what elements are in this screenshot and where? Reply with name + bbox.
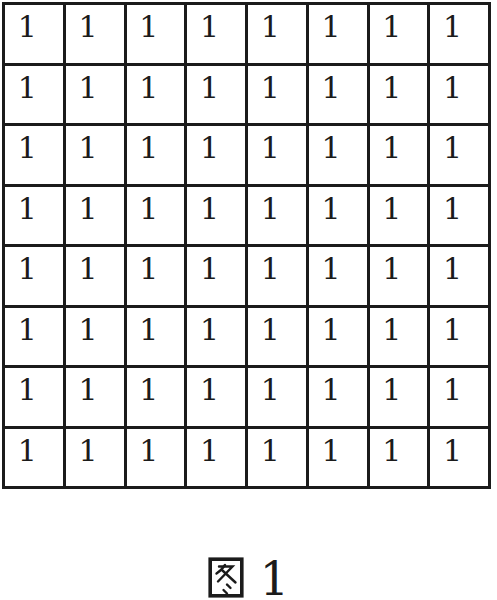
- grid-cell: 1: [187, 187, 245, 245]
- grid-cell: 1: [309, 308, 367, 366]
- grid-cell: 1: [430, 368, 488, 426]
- grid-cell: 1: [309, 5, 367, 63]
- grid-cell: 1: [5, 308, 63, 366]
- grid-cell: 1: [5, 429, 63, 487]
- grid-cell: 1: [309, 126, 367, 184]
- grid-cell: 1: [370, 187, 428, 245]
- grid-cell: 1: [430, 5, 488, 63]
- grid-cell: 1: [127, 247, 185, 305]
- grid: 1111111111111111111111111111111111111111…: [2, 2, 491, 489]
- grid-cell: 1: [5, 187, 63, 245]
- grid-cell: 1: [66, 368, 124, 426]
- grid-cell: 1: [248, 308, 306, 366]
- grid-cell: 1: [66, 247, 124, 305]
- grid-cell: 1: [430, 247, 488, 305]
- grid-cell: 1: [370, 429, 428, 487]
- grid-cell: 1: [370, 126, 428, 184]
- grid-cell: 1: [127, 368, 185, 426]
- grid-cell: 1: [5, 5, 63, 63]
- grid-cell: 1: [187, 368, 245, 426]
- grid-cell: 1: [187, 308, 245, 366]
- grid-cell: 1: [370, 5, 428, 63]
- grid-cell: 1: [430, 308, 488, 366]
- grid-cell: 1: [187, 66, 245, 124]
- grid-cell: 1: [309, 368, 367, 426]
- grid-cell: 1: [127, 308, 185, 366]
- grid-cell: 1: [5, 66, 63, 124]
- figure-caption: 1: [0, 551, 497, 599]
- grid-cell: 1: [430, 126, 488, 184]
- grid-cell: 1: [187, 429, 245, 487]
- grid-cell: 1: [309, 429, 367, 487]
- grid-cell: 1: [187, 5, 245, 63]
- grid-cell: 1: [66, 5, 124, 63]
- grid-cell: 1: [127, 429, 185, 487]
- grid-cell: 1: [248, 5, 306, 63]
- grid-cell: 1: [127, 66, 185, 124]
- grid-cell: 1: [66, 429, 124, 487]
- grid-cell: 1: [370, 308, 428, 366]
- grid-cell: 1: [66, 187, 124, 245]
- figure-page: { "game": "number-grid-figure (8x8 binar…: [0, 0, 497, 600]
- grid-cell: 1: [5, 247, 63, 305]
- grid-cell: 1: [248, 126, 306, 184]
- grid-cell: 1: [370, 66, 428, 124]
- grid-cell: 1: [248, 187, 306, 245]
- grid-cell: 1: [187, 126, 245, 184]
- grid-cell: 1: [370, 247, 428, 305]
- grid-cell: 1: [309, 66, 367, 124]
- grid-cell: 1: [248, 66, 306, 124]
- grid-cell: 1: [248, 368, 306, 426]
- grid-cell: 1: [430, 66, 488, 124]
- grid-cell: 1: [370, 368, 428, 426]
- tu-character-glyph: [208, 557, 244, 598]
- grid-cell: 1: [127, 126, 185, 184]
- grid-cell: 1: [430, 429, 488, 487]
- grid-cell: 1: [430, 187, 488, 245]
- grid-cell: 1: [127, 187, 185, 245]
- grid-cell: 1: [187, 247, 245, 305]
- grid-cell: 1: [66, 126, 124, 184]
- grid-cell: 1: [5, 126, 63, 184]
- grid-cell: 1: [309, 247, 367, 305]
- grid-cell: 1: [127, 5, 185, 63]
- grid-cell: 1: [309, 187, 367, 245]
- grid-cell: 1: [66, 66, 124, 124]
- figure-number: 1: [260, 561, 289, 599]
- grid-cell: 1: [5, 368, 63, 426]
- grid-cell: 1: [66, 308, 124, 366]
- grid-cell: 1: [248, 247, 306, 305]
- grid-cell: 1: [248, 429, 306, 487]
